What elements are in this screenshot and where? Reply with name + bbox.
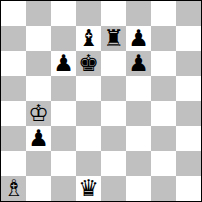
- square-a7[interactable]: [1, 26, 26, 51]
- square-h7[interactable]: [176, 26, 201, 51]
- square-a5[interactable]: [1, 76, 26, 101]
- square-f6[interactable]: ♟: [126, 51, 151, 76]
- square-g3[interactable]: [151, 126, 176, 151]
- square-c1[interactable]: [51, 176, 76, 201]
- square-g8[interactable]: [151, 1, 176, 26]
- square-f8[interactable]: [126, 1, 151, 26]
- black-rook-piece: ♜: [103, 26, 124, 51]
- square-f1[interactable]: [126, 176, 151, 201]
- square-e5[interactable]: [101, 76, 126, 101]
- black-pawn-piece: ♟: [128, 51, 149, 76]
- square-d7[interactable]: ♝: [76, 26, 101, 51]
- square-e8[interactable]: [101, 1, 126, 26]
- square-g7[interactable]: [151, 26, 176, 51]
- square-h1[interactable]: [176, 176, 201, 201]
- square-c7[interactable]: [51, 26, 76, 51]
- square-b4[interactable]: ♔: [26, 101, 51, 126]
- black-king-piece: ♚: [78, 51, 99, 76]
- black-pawn-piece: ♟: [53, 51, 74, 76]
- chess-board: ♝♜♟♟♚♟♔♟♗♛: [0, 0, 202, 202]
- square-h6[interactable]: [176, 51, 201, 76]
- square-f7[interactable]: ♟: [126, 26, 151, 51]
- square-g2[interactable]: [151, 151, 176, 176]
- black-pawn-piece: ♟: [128, 26, 149, 51]
- black-pawn-piece: ♟: [28, 126, 49, 151]
- square-a2[interactable]: [1, 151, 26, 176]
- square-e4[interactable]: [101, 101, 126, 126]
- square-e3[interactable]: [101, 126, 126, 151]
- black-bishop-piece: ♝: [78, 26, 99, 51]
- square-c5[interactable]: [51, 76, 76, 101]
- square-h5[interactable]: [176, 76, 201, 101]
- square-f3[interactable]: [126, 126, 151, 151]
- square-c8[interactable]: [51, 1, 76, 26]
- square-b7[interactable]: [26, 26, 51, 51]
- square-a8[interactable]: [1, 1, 26, 26]
- white-king-piece: ♔: [28, 101, 49, 126]
- square-e2[interactable]: [101, 151, 126, 176]
- chess-diagram: ♝♜♟♟♚♟♔♟♗♛: [0, 0, 202, 202]
- square-c4[interactable]: [51, 101, 76, 126]
- square-e7[interactable]: ♜: [101, 26, 126, 51]
- square-d2[interactable]: [76, 151, 101, 176]
- square-c6[interactable]: ♟: [51, 51, 76, 76]
- square-a4[interactable]: [1, 101, 26, 126]
- square-e6[interactable]: [101, 51, 126, 76]
- square-d1[interactable]: ♛: [76, 176, 101, 201]
- square-b8[interactable]: [26, 1, 51, 26]
- square-e1[interactable]: [101, 176, 126, 201]
- square-g6[interactable]: [151, 51, 176, 76]
- square-a6[interactable]: [1, 51, 26, 76]
- square-d8[interactable]: [76, 1, 101, 26]
- square-b1[interactable]: [26, 176, 51, 201]
- square-a1[interactable]: ♗: [1, 176, 26, 201]
- square-h3[interactable]: [176, 126, 201, 151]
- square-f5[interactable]: [126, 76, 151, 101]
- square-a3[interactable]: [1, 126, 26, 151]
- square-g4[interactable]: [151, 101, 176, 126]
- square-d4[interactable]: [76, 101, 101, 126]
- square-b2[interactable]: [26, 151, 51, 176]
- square-d3[interactable]: [76, 126, 101, 151]
- square-b6[interactable]: [26, 51, 51, 76]
- square-f4[interactable]: [126, 101, 151, 126]
- square-h2[interactable]: [176, 151, 201, 176]
- square-b5[interactable]: [26, 76, 51, 101]
- square-h4[interactable]: [176, 101, 201, 126]
- square-d6[interactable]: ♚: [76, 51, 101, 76]
- square-g1[interactable]: [151, 176, 176, 201]
- white-bishop-piece: ♗: [3, 176, 24, 201]
- square-b3[interactable]: ♟: [26, 126, 51, 151]
- square-c2[interactable]: [51, 151, 76, 176]
- square-h8[interactable]: [176, 1, 201, 26]
- square-f2[interactable]: [126, 151, 151, 176]
- black-queen-piece: ♛: [78, 176, 99, 201]
- square-g5[interactable]: [151, 76, 176, 101]
- square-c3[interactable]: [51, 126, 76, 151]
- square-d5[interactable]: [76, 76, 101, 101]
